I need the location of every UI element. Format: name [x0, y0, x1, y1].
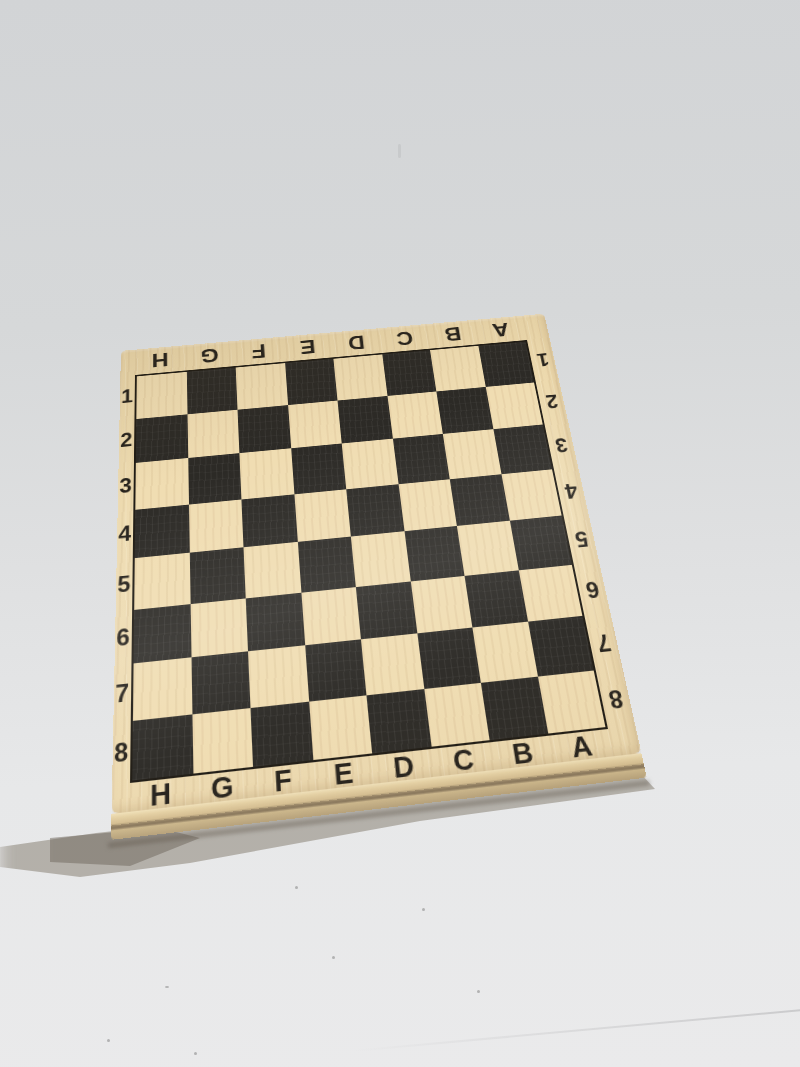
square-e5 — [297, 537, 355, 593]
square-e1 — [285, 359, 338, 405]
coordinate-label: 8 — [112, 722, 131, 785]
square-e8 — [309, 695, 373, 760]
square-g7 — [191, 651, 250, 714]
square-g2 — [187, 409, 239, 458]
square-f5 — [243, 542, 300, 598]
square-c6 — [410, 575, 472, 633]
square-a6 — [518, 564, 582, 621]
dust-speck — [107, 1039, 110, 1042]
dust-speck — [477, 990, 480, 993]
square-g3 — [188, 453, 242, 504]
dust-speck — [332, 956, 335, 959]
square-b6 — [464, 570, 527, 628]
table-edge-line — [352, 1007, 800, 1052]
square-d3 — [342, 439, 398, 489]
square-d5 — [351, 531, 410, 586]
square-f8 — [250, 701, 312, 767]
square-c2 — [387, 391, 443, 439]
dust-speck — [165, 986, 169, 988]
dust-speck — [295, 886, 298, 889]
square-h8 — [132, 714, 193, 781]
square-d8 — [366, 689, 431, 754]
square-e4 — [294, 489, 351, 542]
square-b2 — [436, 387, 493, 434]
square-g6 — [190, 598, 248, 657]
square-e6 — [301, 587, 361, 646]
square-h7 — [133, 657, 192, 720]
square-b3 — [443, 429, 501, 479]
coordinate-label: 3 — [118, 462, 134, 510]
square-d6 — [356, 581, 417, 639]
square-a3 — [493, 424, 552, 473]
coordinate-label: 7 — [113, 665, 131, 724]
board-grid — [130, 340, 608, 783]
square-d2 — [337, 396, 392, 444]
square-h3 — [135, 458, 188, 509]
square-c5 — [404, 526, 464, 581]
square-d1 — [333, 354, 387, 400]
coordinate-label: 4 — [117, 509, 134, 560]
square-h4 — [135, 504, 190, 558]
square-c1 — [382, 350, 436, 395]
square-b4 — [450, 474, 510, 526]
square-a8 — [537, 670, 605, 734]
square-f1 — [236, 363, 288, 409]
square-a2 — [485, 382, 542, 429]
coordinate-label: E — [282, 332, 333, 361]
photo-scene: HGFEDCBA HGFEDCBA 12345678 12345678 — [0, 0, 800, 1067]
square-h1 — [136, 372, 187, 419]
square-b8 — [481, 676, 548, 740]
square-a5 — [509, 515, 571, 569]
dust-speck — [422, 908, 425, 911]
square-c4 — [398, 479, 457, 531]
square-h6 — [134, 604, 191, 664]
square-b1 — [430, 346, 485, 391]
coordinate-label: 2 — [119, 418, 135, 464]
coordinate-label: D — [331, 328, 382, 357]
square-f6 — [246, 592, 305, 651]
square-f2 — [237, 405, 290, 453]
square-g1 — [186, 368, 237, 414]
coordinate-label: C — [379, 324, 431, 353]
square-e7 — [305, 639, 367, 701]
square-f4 — [241, 494, 297, 547]
square-g4 — [189, 499, 244, 553]
square-a7 — [528, 616, 594, 676]
coordinate-label: 5 — [116, 558, 133, 611]
coordinate-label: F — [234, 337, 284, 366]
chess-board: HGFEDCBA HGFEDCBA 12345678 12345678 — [130, 340, 608, 783]
dust-speck — [194, 1052, 197, 1055]
square-h5 — [134, 553, 190, 610]
square-b7 — [472, 622, 537, 683]
square-a4 — [501, 469, 562, 521]
square-g5 — [189, 547, 245, 603]
square-a1 — [478, 342, 534, 387]
square-e3 — [291, 443, 346, 493]
square-b5 — [457, 521, 518, 576]
square-e2 — [288, 400, 342, 448]
coordinate-label: 1 — [120, 375, 135, 419]
square-d7 — [361, 633, 424, 694]
square-c7 — [417, 628, 481, 689]
square-d4 — [346, 484, 404, 537]
coordinate-label: B — [427, 320, 479, 349]
coordinate-label: 6 — [115, 610, 133, 666]
square-f3 — [239, 448, 294, 499]
square-h2 — [136, 414, 188, 463]
coordinate-label: H — [135, 345, 185, 375]
square-f7 — [248, 645, 309, 707]
coordinate-label: G — [185, 341, 235, 371]
square-c3 — [392, 434, 449, 484]
coordinate-label: A — [475, 316, 527, 345]
square-c8 — [424, 682, 490, 746]
background-smudge — [398, 144, 401, 158]
square-g8 — [192, 708, 253, 774]
